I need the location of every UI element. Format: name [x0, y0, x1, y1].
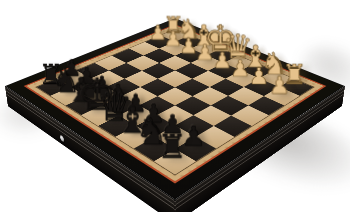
drawer-knob [60, 135, 64, 143]
white-pawn-a2[interactable]: ♟ [249, 73, 311, 97]
board-maple-border: ♜♞♝♚♛♝♞♜♟♟♟♟♟♟♟♟♟♟♟♟♟♟♟♟♜♞♝♚♛♝♞♜ [24, 24, 327, 183]
square-g4[interactable] [127, 56, 159, 71]
photo-background: ♜♞♝♚♛♝♞♜♟♟♟♟♟♟♟♟♟♟♟♟♟♟♟♟♜♞♝♚♛♝♞♜ [0, 0, 350, 212]
black-rook-a8[interactable]: ♜ [136, 130, 210, 163]
chess-case: ♜♞♝♚♛♝♞♜♟♟♟♟♟♟♟♟♟♟♟♟♟♟♟♟♜♞♝♚♛♝♞♜ [5, 18, 344, 199]
chess-case-top-frame: ♜♞♝♚♛♝♞♜♟♟♟♟♟♟♟♟♟♟♟♟♟♟♟♟♜♞♝♚♛♝♞♜ [5, 18, 344, 199]
square-a2[interactable]: ♟ [264, 87, 299, 105]
square-a3[interactable] [248, 96, 284, 115]
square-a8[interactable]: ♜ [154, 149, 196, 175]
scene: ♜♞♝♚♛♝♞♜♟♟♟♟♟♟♟♟♟♟♟♟♟♟♟♟♜♞♝♚♛♝♞♜ [0, 0, 350, 212]
